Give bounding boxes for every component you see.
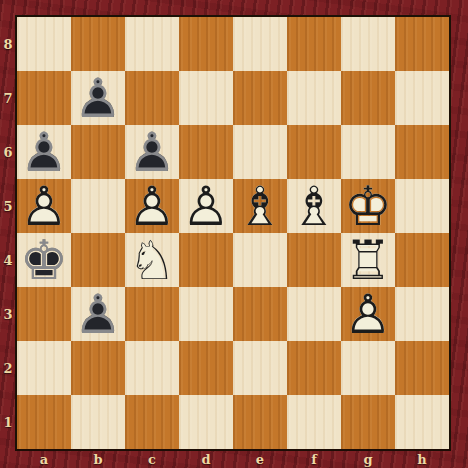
piece-white-pawn[interactable]: ♙ xyxy=(125,179,179,233)
square-e4[interactable] xyxy=(233,233,287,287)
square-e3[interactable] xyxy=(233,287,287,341)
file-label-h: h xyxy=(395,451,449,468)
square-g8[interactable] xyxy=(341,17,395,71)
square-e6[interactable] xyxy=(233,125,287,179)
piece-white-pawn[interactable]: ♙ xyxy=(179,179,233,233)
piece-black-pawn[interactable]: ♙ xyxy=(71,287,125,341)
square-h5[interactable] xyxy=(395,179,449,233)
square-f7[interactable] xyxy=(287,71,341,125)
square-c8[interactable] xyxy=(125,17,179,71)
rank-label-8: 8 xyxy=(0,17,16,71)
rank-label-6: 6 xyxy=(0,125,16,179)
square-f1[interactable] xyxy=(287,395,341,449)
square-a1[interactable] xyxy=(17,395,71,449)
piece-white-bishop[interactable]: ♗ xyxy=(233,179,287,233)
square-h1[interactable] xyxy=(395,395,449,449)
square-b3[interactable]: ♟♙ xyxy=(71,287,125,341)
square-e5[interactable]: ♝♗ xyxy=(233,179,287,233)
file-label-f: f xyxy=(287,451,341,468)
chess-board-screenshot: ♟♙♟♙♟♙♟♙♟♙♟♙♝♗♝♗♚♔♚♔♞♘♜♖♟♙♟♙ 87654321 ab… xyxy=(0,0,468,468)
rank-label-2: 2 xyxy=(0,341,16,395)
square-h3[interactable] xyxy=(395,287,449,341)
square-f4[interactable] xyxy=(287,233,341,287)
square-e2[interactable] xyxy=(233,341,287,395)
piece-white-pawn[interactable]: ♙ xyxy=(17,179,71,233)
square-h4[interactable] xyxy=(395,233,449,287)
square-f5[interactable]: ♝♗ xyxy=(287,179,341,233)
file-label-b: b xyxy=(71,451,125,468)
square-b4[interactable] xyxy=(71,233,125,287)
square-d8[interactable] xyxy=(179,17,233,71)
square-b1[interactable] xyxy=(71,395,125,449)
file-label-g: g xyxy=(341,451,395,468)
square-d1[interactable] xyxy=(179,395,233,449)
square-b6[interactable] xyxy=(71,125,125,179)
square-a3[interactable] xyxy=(17,287,71,341)
piece-white-knight[interactable]: ♘ xyxy=(125,233,179,287)
square-g5[interactable]: ♚♔ xyxy=(341,179,395,233)
square-f6[interactable] xyxy=(287,125,341,179)
square-d6[interactable] xyxy=(179,125,233,179)
file-label-a: a xyxy=(17,451,71,468)
square-b7[interactable]: ♟♙ xyxy=(71,71,125,125)
square-c7[interactable] xyxy=(125,71,179,125)
square-c3[interactable] xyxy=(125,287,179,341)
rank-label-4: 4 xyxy=(0,233,16,287)
square-b5[interactable] xyxy=(71,179,125,233)
square-g3[interactable]: ♟♙ xyxy=(341,287,395,341)
square-b2[interactable] xyxy=(71,341,125,395)
square-a4[interactable]: ♚♔ xyxy=(17,233,71,287)
square-d3[interactable] xyxy=(179,287,233,341)
piece-white-bishop[interactable]: ♗ xyxy=(287,179,341,233)
piece-black-pawn[interactable]: ♙ xyxy=(71,71,125,125)
square-f8[interactable] xyxy=(287,17,341,71)
square-c5[interactable]: ♟♙ xyxy=(125,179,179,233)
rank-label-5: 5 xyxy=(0,179,16,233)
piece-black-pawn[interactable]: ♙ xyxy=(125,125,179,179)
square-d7[interactable] xyxy=(179,71,233,125)
square-g2[interactable] xyxy=(341,341,395,395)
square-d2[interactable] xyxy=(179,341,233,395)
file-label-c: c xyxy=(125,451,179,468)
rank-label-3: 3 xyxy=(0,287,16,341)
square-f3[interactable] xyxy=(287,287,341,341)
square-c1[interactable] xyxy=(125,395,179,449)
chess-board[interactable]: ♟♙♟♙♟♙♟♙♟♙♟♙♝♗♝♗♚♔♚♔♞♘♜♖♟♙♟♙ xyxy=(17,17,449,449)
square-g6[interactable] xyxy=(341,125,395,179)
square-e1[interactable] xyxy=(233,395,287,449)
board-frame: ♟♙♟♙♟♙♟♙♟♙♟♙♝♗♝♗♚♔♚♔♞♘♜♖♟♙♟♙ xyxy=(15,15,451,451)
file-label-d: d xyxy=(179,451,233,468)
square-b8[interactable] xyxy=(71,17,125,71)
piece-black-king[interactable]: ♔ xyxy=(17,233,71,287)
square-e8[interactable] xyxy=(233,17,287,71)
piece-white-pawn[interactable]: ♙ xyxy=(341,287,395,341)
square-g7[interactable] xyxy=(341,71,395,125)
square-a7[interactable] xyxy=(17,71,71,125)
file-label-e: e xyxy=(233,451,287,468)
square-a8[interactable] xyxy=(17,17,71,71)
square-a2[interactable] xyxy=(17,341,71,395)
piece-white-rook[interactable]: ♖ xyxy=(341,233,395,287)
piece-white-king[interactable]: ♔ xyxy=(341,179,395,233)
rank-label-7: 7 xyxy=(0,71,16,125)
square-h2[interactable] xyxy=(395,341,449,395)
square-a5[interactable]: ♟♙ xyxy=(17,179,71,233)
piece-black-pawn[interactable]: ♙ xyxy=(17,125,71,179)
square-g4[interactable]: ♜♖ xyxy=(341,233,395,287)
square-h8[interactable] xyxy=(395,17,449,71)
square-g1[interactable] xyxy=(341,395,395,449)
square-f2[interactable] xyxy=(287,341,341,395)
square-h7[interactable] xyxy=(395,71,449,125)
square-d5[interactable]: ♟♙ xyxy=(179,179,233,233)
square-c4[interactable]: ♞♘ xyxy=(125,233,179,287)
square-h6[interactable] xyxy=(395,125,449,179)
square-c6[interactable]: ♟♙ xyxy=(125,125,179,179)
square-d4[interactable] xyxy=(179,233,233,287)
rank-label-1: 1 xyxy=(0,395,16,449)
square-e7[interactable] xyxy=(233,71,287,125)
square-c2[interactable] xyxy=(125,341,179,395)
square-a6[interactable]: ♟♙ xyxy=(17,125,71,179)
